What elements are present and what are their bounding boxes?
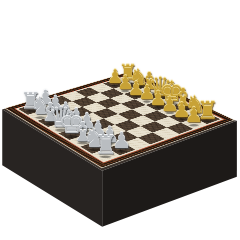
board-corner-marker <box>6 108 9 109</box>
piece-gold-pawn[interactable]: ♟ <box>185 106 204 127</box>
piece-silver-rook[interactable]: ♜ <box>94 133 117 159</box>
product-photo-stage: ♜♞♝♛♚♝♞♜♟♟♟♟♟♟♟♟♟♟♟♟♟♟♟♟♜♞♝♛♚♝♞♜ <box>0 0 240 240</box>
board-corner-marker <box>101 166 104 167</box>
board-corner-marker <box>230 119 233 120</box>
